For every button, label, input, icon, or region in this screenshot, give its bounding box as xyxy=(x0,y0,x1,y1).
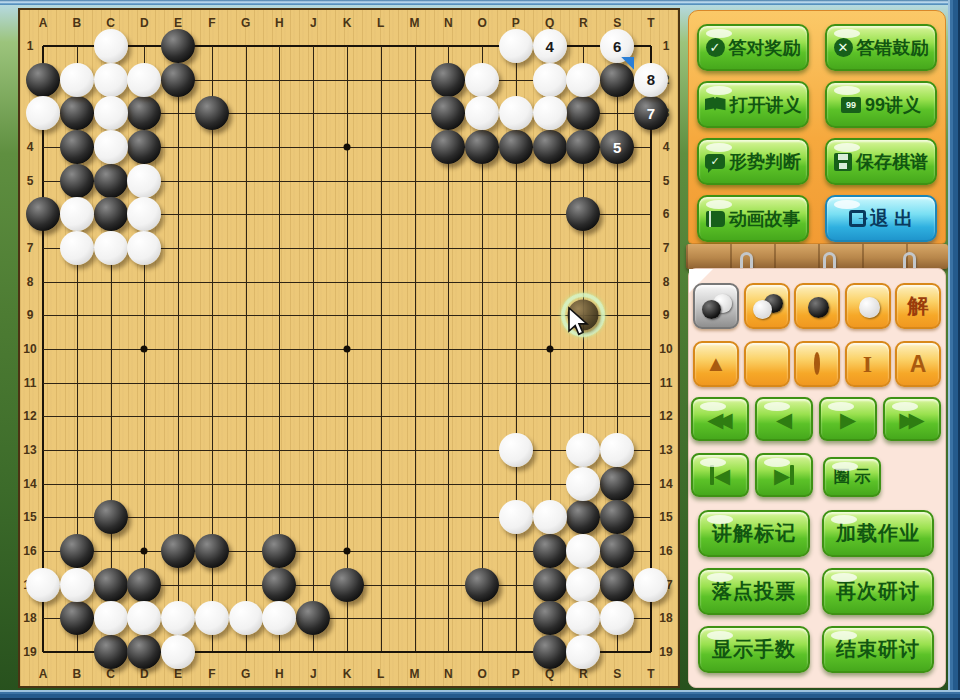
coordinate-label: 18 xyxy=(23,611,36,625)
coordinate-label: 13 xyxy=(659,443,672,457)
tool-button-letter-mark[interactable]: A xyxy=(895,341,941,387)
stone-black-R3[interactable] xyxy=(566,96,600,130)
coordinate-label: N xyxy=(444,667,453,681)
stone-black-F16[interactable] xyxy=(195,534,229,568)
coordinate-label: 8 xyxy=(663,275,670,289)
stone-black-N2[interactable] xyxy=(431,63,465,97)
stone-white-B6[interactable] xyxy=(60,197,94,231)
stone-black-A6[interactable] xyxy=(26,197,60,231)
coordinate-label: 9 xyxy=(27,308,34,322)
alternate-white-first-icon xyxy=(746,285,788,327)
coordinate-label: R xyxy=(579,16,588,30)
stone-white-B2[interactable] xyxy=(60,63,94,97)
menu-button-label: 保存棋谱 xyxy=(856,150,928,174)
step-forward-icon: ▶ xyxy=(840,409,856,430)
menu-button-exit[interactable]: 退 出 xyxy=(825,195,937,242)
coordinate-label: 10 xyxy=(23,342,36,356)
stone-white-P13[interactable] xyxy=(499,433,533,467)
stone-black-A2[interactable] xyxy=(26,63,60,97)
grid-line xyxy=(43,484,651,485)
coordinate-label: 13 xyxy=(23,443,36,457)
coordinate-label: Q xyxy=(545,667,554,681)
stone-black-Q17[interactable] xyxy=(533,568,567,602)
coordinate-label: L xyxy=(377,667,384,681)
stone-black-S15[interactable] xyxy=(600,500,634,534)
stone-white-R16[interactable] xyxy=(566,534,600,568)
stone-black-S14[interactable] xyxy=(600,467,634,501)
coordinate-label: P xyxy=(512,16,520,30)
menu-button-open-book[interactable]: 打开讲义 xyxy=(697,81,809,128)
coordinate-label: P xyxy=(512,667,520,681)
action-button-1[interactable]: 加载作业 xyxy=(822,510,934,557)
menu-button-label: 退 出 xyxy=(870,206,913,232)
coordinate-label: 11 xyxy=(660,376,673,390)
circle-show-label: 圈 示 xyxy=(834,467,870,488)
stone-white-Q3[interactable] xyxy=(533,96,567,130)
coordinate-label: K xyxy=(343,667,352,681)
menu-button-story-book[interactable]: 动画故事 xyxy=(697,195,809,242)
star-point xyxy=(344,548,351,555)
grid-line xyxy=(650,46,652,652)
stone-black-B18[interactable] xyxy=(60,601,94,635)
stone-black-P4[interactable] xyxy=(499,130,533,164)
stone-black-O4[interactable] xyxy=(465,130,499,164)
stone-white-R13[interactable] xyxy=(566,433,600,467)
coordinate-label: H xyxy=(275,16,284,30)
stone-black-R15[interactable] xyxy=(566,500,600,534)
stone-white-T17[interactable] xyxy=(634,568,668,602)
coordinate-label: L xyxy=(377,16,384,30)
coordinate-label: D xyxy=(140,16,149,30)
board-grid[interactable]: 75468 xyxy=(43,46,651,652)
menu-button-label: 形势判断 xyxy=(729,150,801,174)
coordinate-label: 18 xyxy=(659,611,672,625)
nav-button-go-to-start[interactable]: ◀ xyxy=(691,453,749,497)
stone-white-C2[interactable] xyxy=(94,63,128,97)
stone-white-R18[interactable] xyxy=(566,601,600,635)
coordinate-label: 4 xyxy=(27,140,34,154)
coordinate-label: A xyxy=(39,667,48,681)
story-book-icon xyxy=(706,211,725,227)
stone-black-C5[interactable] xyxy=(94,164,128,198)
stone-white-E19[interactable] xyxy=(161,635,195,669)
window-right-border xyxy=(948,0,960,700)
tool-button-number-mark[interactable]: I xyxy=(845,341,891,387)
action-button-label: 结束研讨 xyxy=(836,636,920,663)
coordinate-label: 19 xyxy=(23,645,36,659)
coordinate-label: 19 xyxy=(659,645,672,659)
stone-white-D18[interactable] xyxy=(127,601,161,635)
coordinate-label: 5 xyxy=(663,174,670,188)
stone-black-E1[interactable] xyxy=(161,29,195,63)
stone-white-P1[interactable] xyxy=(499,29,533,63)
stone-white-E18[interactable] xyxy=(161,601,195,635)
stone-black-N4[interactable] xyxy=(431,130,465,164)
window-bottom-border xyxy=(0,690,960,700)
coordinate-label: G xyxy=(241,667,250,681)
number-mark-icon: I xyxy=(863,351,872,378)
nav-button-step-back[interactable]: ◀ xyxy=(755,397,813,441)
stone-white-B17[interactable] xyxy=(60,568,94,602)
coordinate-label: S xyxy=(613,667,621,681)
check-circle-icon: ✓ xyxy=(706,38,725,57)
star-point xyxy=(141,346,148,353)
stone-white-A17[interactable] xyxy=(26,568,60,602)
coordinate-label: 11 xyxy=(24,376,37,390)
coordinate-label: N xyxy=(444,16,453,30)
coordinate-label: D xyxy=(140,667,149,681)
stone-white-C4[interactable] xyxy=(94,130,128,164)
stone-white-S18[interactable] xyxy=(600,601,634,635)
coordinate-label: B xyxy=(72,16,81,30)
open-book-icon xyxy=(705,97,726,112)
judge-bubble-icon: ✓ xyxy=(705,154,725,169)
stone-black-D19[interactable] xyxy=(127,635,161,669)
star-point xyxy=(344,346,351,353)
stone-white-R2[interactable] xyxy=(566,63,600,97)
coordinate-label: R xyxy=(579,667,588,681)
tool-button-place-black[interactable] xyxy=(794,283,840,329)
star-point xyxy=(141,548,148,555)
tool-button-circle-mark[interactable] xyxy=(794,341,840,387)
alternate-black-first-icon xyxy=(695,285,737,327)
stone-white-H18[interactable] xyxy=(262,601,296,635)
grid-line xyxy=(43,450,651,451)
place-black-icon xyxy=(796,285,838,327)
coordinate-label: 1 xyxy=(27,39,34,53)
stone-black-Q16[interactable] xyxy=(533,534,567,568)
stone-white-G18[interactable] xyxy=(229,601,263,635)
stone-black-Q19[interactable] xyxy=(533,635,567,669)
action-button-label: 讲解标记 xyxy=(712,520,796,547)
coordinate-label: S xyxy=(613,16,621,30)
go-to-end-icon xyxy=(790,465,794,485)
stone-white-P15[interactable] xyxy=(499,500,533,534)
stone-white-B7[interactable] xyxy=(60,231,94,265)
stone-black-F3[interactable] xyxy=(195,96,229,130)
action-button-4[interactable]: 显示手数 xyxy=(698,626,810,673)
tool-button-alternate-black-first[interactable] xyxy=(693,283,739,329)
stone-black-S2[interactable] xyxy=(600,63,634,97)
coordinate-label: 14 xyxy=(23,477,36,491)
coordinate-label: 8 xyxy=(27,275,34,289)
coordinate-label: 16 xyxy=(23,544,36,558)
menu-button-label: 答错鼓励 xyxy=(857,36,929,60)
stone-black-E2[interactable] xyxy=(161,63,195,97)
stone-black-D3[interactable] xyxy=(127,96,161,130)
menu-button-label: 99讲义 xyxy=(865,93,921,117)
menu-button-x-circle[interactable]: ✕答错鼓励 xyxy=(825,24,937,71)
coordinate-label: T xyxy=(647,667,654,681)
menu-button-judge-bubble[interactable]: ✓形势判断 xyxy=(697,138,809,185)
tool-button-square-mark[interactable] xyxy=(744,341,790,387)
coordinate-label: 7 xyxy=(27,241,34,255)
menu-button-label: 动画故事 xyxy=(729,207,801,231)
action-button-3[interactable]: 再次研讨 xyxy=(822,568,934,615)
coordinate-label: 5 xyxy=(27,174,34,188)
stone-white-T2[interactable]: 8 xyxy=(634,63,668,97)
stone-white-P3[interactable] xyxy=(499,96,533,130)
action-button-label: 加载作业 xyxy=(836,520,920,547)
coordinate-label: F xyxy=(208,667,215,681)
tools-panel: 解 ▲IA ◀◀◀▶▶▶◀▶圈 示 讲解标记加载作业落点投票再次研讨显示手数结束… xyxy=(688,268,946,688)
coordinate-label: 15 xyxy=(23,510,36,524)
coordinate-label: K xyxy=(343,16,352,30)
star-point xyxy=(344,144,351,151)
stone-black-D4[interactable] xyxy=(127,130,161,164)
stone-black-C19[interactable] xyxy=(94,635,128,669)
coordinate-label: 12 xyxy=(659,409,672,423)
app-window: ABCDEFGHJKLMNOPQRST ABCDEFGHJKLMNOPQRST … xyxy=(0,0,960,700)
menu-panel: ✓答对奖励✕答错鼓励打开讲义9999讲义✓形势判断保存棋谱动画故事退 出 xyxy=(688,10,946,244)
menu-button-label: 答对奖励 xyxy=(729,36,801,60)
coordinate-label: M xyxy=(410,667,420,681)
tool-button-answer[interactable]: 解 xyxy=(895,283,941,329)
stone-black-S4[interactable]: 5 xyxy=(600,130,634,164)
coordinate-label: H xyxy=(275,667,284,681)
stone-white-D6[interactable] xyxy=(127,197,161,231)
fast-rewind-icon: ◀◀ xyxy=(707,409,732,430)
stone-black-R4[interactable] xyxy=(566,130,600,164)
coordinate-label: M xyxy=(410,16,420,30)
stone-white-C18[interactable] xyxy=(94,601,128,635)
go-board: ABCDEFGHJKLMNOPQRST ABCDEFGHJKLMNOPQRST … xyxy=(18,8,680,688)
tool-button-alternate-white-first[interactable] xyxy=(744,283,790,329)
stone-black-B4[interactable] xyxy=(60,130,94,164)
answer-label: 解 xyxy=(908,292,929,320)
menu-button-save-disk[interactable]: 保存棋谱 xyxy=(825,138,937,185)
stone-black-B5[interactable] xyxy=(60,164,94,198)
action-button-label: 落点投票 xyxy=(712,578,796,605)
circle-mark-icon xyxy=(814,355,820,373)
coordinate-label: B xyxy=(72,667,81,681)
stone-black-Q4[interactable] xyxy=(533,130,567,164)
stone-black-J18[interactable] xyxy=(296,601,330,635)
go-to-end-icon: ▶ xyxy=(774,465,790,486)
coordinate-label: 16 xyxy=(659,544,672,558)
stone-black-T3[interactable]: 7 xyxy=(634,96,668,130)
nav-button-fast-forward[interactable]: ▶▶ xyxy=(883,397,941,441)
fast-forward-icon: ▶▶ xyxy=(899,409,924,430)
book-99-icon: 99 xyxy=(841,97,861,113)
stone-white-O2[interactable] xyxy=(465,63,499,97)
coordinate-label: O xyxy=(477,667,486,681)
action-button-0[interactable]: 讲解标记 xyxy=(698,510,810,557)
stone-black-N3[interactable] xyxy=(431,96,465,130)
nav-button-step-forward[interactable]: ▶ xyxy=(819,397,877,441)
stone-white-F18[interactable] xyxy=(195,601,229,635)
stone-black-S17[interactable] xyxy=(600,568,634,602)
nav-button-fast-rewind[interactable]: ◀◀ xyxy=(691,397,749,441)
action-button-label: 再次研讨 xyxy=(836,578,920,605)
stone-black-Q18[interactable] xyxy=(533,601,567,635)
stone-black-B3[interactable] xyxy=(60,96,94,130)
stone-white-R17[interactable] xyxy=(566,568,600,602)
letter-mark-icon: A xyxy=(910,351,927,378)
stone-white-D5[interactable] xyxy=(127,164,161,198)
stone-white-C3[interactable] xyxy=(94,96,128,130)
circle-show-button[interactable]: 圈 示 xyxy=(823,457,881,497)
stone-white-D2[interactable] xyxy=(127,63,161,97)
coordinate-label: O xyxy=(477,16,486,30)
triangle-mark-icon: ▲ xyxy=(705,353,727,375)
stone-black-S16[interactable] xyxy=(600,534,634,568)
menu-button-book-99[interactable]: 9999讲义 xyxy=(825,81,937,128)
stone-black-B16[interactable] xyxy=(60,534,94,568)
coordinate-label: F xyxy=(208,16,215,30)
coordinate-label: J xyxy=(310,667,317,681)
coordinate-label: 10 xyxy=(659,342,672,356)
coordinate-label: 14 xyxy=(659,477,672,491)
stone-white-S13[interactable] xyxy=(600,433,634,467)
stone-black-C17[interactable] xyxy=(94,568,128,602)
grid-line xyxy=(381,46,382,652)
coordinate-label: A xyxy=(39,16,48,30)
save-disk-icon xyxy=(834,153,852,171)
stone-black-C6[interactable] xyxy=(94,197,128,231)
stone-black-E16[interactable] xyxy=(161,534,195,568)
grid-line xyxy=(43,416,651,417)
stone-white-A3[interactable] xyxy=(26,96,60,130)
coordinate-label: E xyxy=(174,667,182,681)
coordinate-label: E xyxy=(174,16,182,30)
menu-button-check-circle[interactable]: ✓答对奖励 xyxy=(697,24,809,71)
nav-button-go-to-end[interactable]: ▶ xyxy=(755,453,813,497)
coordinate-label: Q xyxy=(545,16,554,30)
stone-white-D7[interactable] xyxy=(127,231,161,265)
tool-button-place-white[interactable] xyxy=(845,283,891,329)
coordinate-label: T xyxy=(647,16,654,30)
stone-white-R19[interactable] xyxy=(566,635,600,669)
x-circle-icon: ✕ xyxy=(834,38,853,57)
coordinate-label: 15 xyxy=(659,510,672,524)
stone-white-Q1[interactable]: 4 xyxy=(533,29,567,63)
place-white-icon xyxy=(847,285,889,327)
coordinate-label: C xyxy=(106,16,115,30)
stone-white-C1[interactable] xyxy=(94,29,128,63)
stone-black-D17[interactable] xyxy=(127,568,161,602)
mouse-cursor xyxy=(564,305,590,337)
coordinate-label: 1 xyxy=(663,39,670,53)
coordinate-label: G xyxy=(241,16,250,30)
coordinate-label: 7 xyxy=(663,241,670,255)
coordinate-label: 4 xyxy=(663,140,670,154)
stone-black-H17[interactable] xyxy=(262,568,296,602)
stone-white-Q15[interactable] xyxy=(533,500,567,534)
stone-black-H16[interactable] xyxy=(262,534,296,568)
go-to-start-icon: ◀ xyxy=(714,465,730,486)
stone-black-R6[interactable] xyxy=(566,197,600,231)
stone-black-O17[interactable] xyxy=(465,568,499,602)
coordinate-label: 12 xyxy=(23,409,36,423)
coordinate-label: C xyxy=(106,667,115,681)
action-button-label: 显示手数 xyxy=(712,636,796,663)
action-button-2[interactable]: 落点投票 xyxy=(698,568,810,615)
stone-white-O3[interactable] xyxy=(465,96,499,130)
tool-button-triangle-mark[interactable]: ▲ xyxy=(693,341,739,387)
coordinate-label: J xyxy=(310,16,317,30)
grid-line xyxy=(43,383,651,384)
action-button-5[interactable]: 结束研讨 xyxy=(822,626,934,673)
stone-white-C7[interactable] xyxy=(94,231,128,265)
menu-button-label: 打开讲义 xyxy=(730,93,802,117)
stone-black-K17[interactable] xyxy=(330,568,364,602)
window-title-bar xyxy=(0,0,960,5)
stone-black-C15[interactable] xyxy=(94,500,128,534)
stone-white-R14[interactable] xyxy=(566,467,600,501)
step-back-icon: ◀ xyxy=(776,409,792,430)
star-point xyxy=(546,346,553,353)
coordinate-label: 6 xyxy=(663,207,670,221)
stone-white-Q2[interactable] xyxy=(533,63,567,97)
grid-line xyxy=(415,46,416,652)
coordinate-label: 9 xyxy=(663,308,670,322)
exit-icon xyxy=(849,210,866,227)
